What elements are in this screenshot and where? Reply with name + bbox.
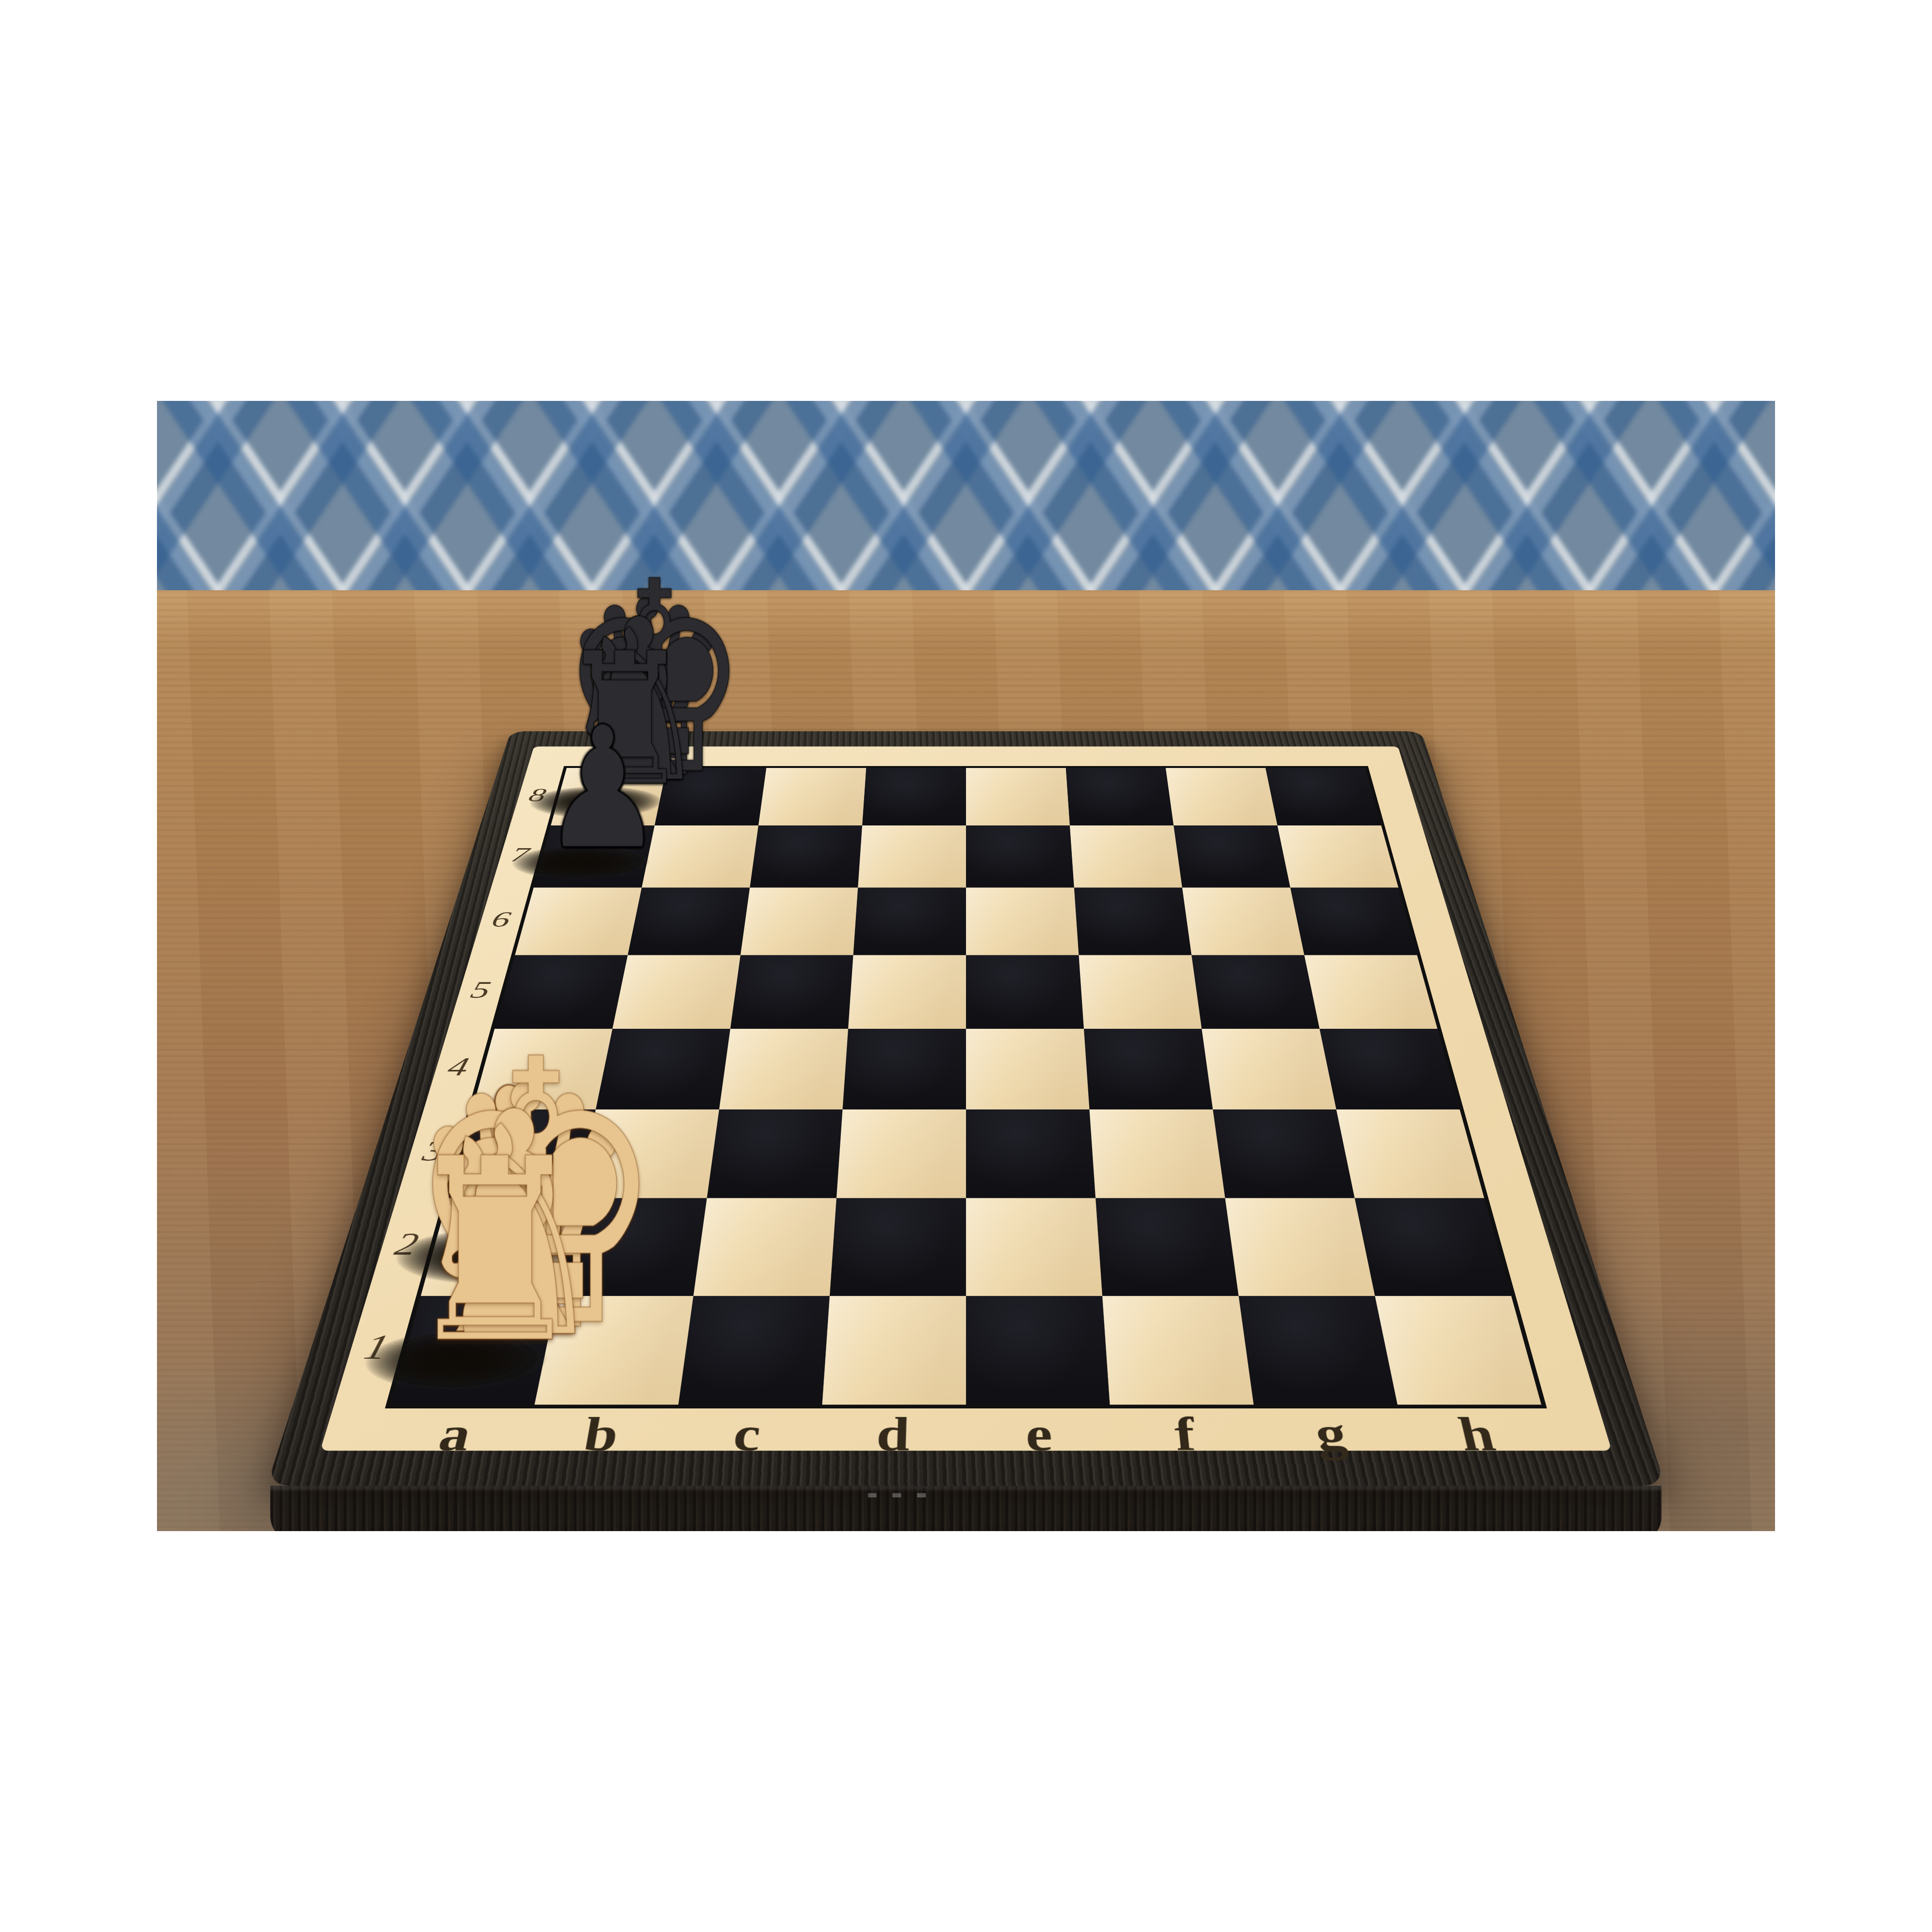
square-h5 <box>1304 955 1437 1029</box>
square-c2 <box>694 1198 837 1296</box>
square-f1 <box>1102 1296 1253 1405</box>
square-e3 <box>966 1109 1095 1198</box>
square-d8 <box>862 768 966 825</box>
rank-label-7: 7 <box>507 843 533 866</box>
square-g3 <box>1213 1109 1355 1198</box>
square-a7 <box>534 825 654 888</box>
rank-label-6: 6 <box>488 907 515 932</box>
square-g6 <box>1182 888 1305 955</box>
square-g5 <box>1192 955 1320 1029</box>
square-d5 <box>848 955 966 1029</box>
square-a8 <box>551 768 667 825</box>
board-front-edge <box>270 1486 1662 1531</box>
square-h1 <box>1375 1296 1541 1405</box>
square-d4 <box>842 1029 966 1109</box>
page-canvas: abcdefgh12345678♜♞♝♛♚♝♞♜♟♟♟♟♟♟♟♟♟♟♟♟♟♟♟♟… <box>0 0 1932 1932</box>
square-h4 <box>1320 1029 1460 1109</box>
square-h3 <box>1336 1109 1484 1198</box>
square-g2 <box>1225 1198 1375 1296</box>
square-e5 <box>966 955 1084 1029</box>
square-d7 <box>858 825 966 888</box>
square-f2 <box>1095 1198 1238 1296</box>
square-d6 <box>853 888 966 955</box>
square-b8 <box>654 768 766 825</box>
square-e6 <box>966 888 1079 955</box>
square-h8 <box>1265 768 1381 825</box>
square-c3 <box>707 1109 843 1198</box>
square-b7 <box>642 825 759 888</box>
square-e2 <box>966 1198 1102 1296</box>
square-g4 <box>1202 1029 1336 1109</box>
square-f7 <box>1070 825 1182 888</box>
square-d2 <box>830 1198 966 1296</box>
square-e4 <box>966 1029 1090 1109</box>
square-f6 <box>1074 888 1192 955</box>
white-rook-a1: ♜ <box>404 1126 534 1378</box>
square-c1 <box>678 1296 829 1405</box>
square-h2 <box>1355 1198 1511 1296</box>
square-f4 <box>1084 1029 1213 1109</box>
square-d1 <box>822 1296 966 1405</box>
square-f5 <box>1079 955 1202 1029</box>
square-f8 <box>1066 768 1174 825</box>
square-h7 <box>1278 825 1398 888</box>
square-b6 <box>628 888 750 955</box>
square-c7 <box>750 825 862 888</box>
scene: abcdefgh12345678♜♞♝♛♚♝♞♜♟♟♟♟♟♟♟♟♟♟♟♟♟♟♟♟… <box>157 401 1775 1531</box>
square-e7 <box>966 825 1074 888</box>
square-c5 <box>730 955 853 1029</box>
photo: abcdefgh12345678♜♞♝♛♚♝♞♜♟♟♟♟♟♟♟♟♟♟♟♟♟♟♟♟… <box>157 401 1775 1531</box>
square-e1 <box>966 1296 1110 1405</box>
square-g1 <box>1238 1296 1397 1405</box>
chess-board: abcdefgh12345678♜♞♝♛♚♝♞♜♟♟♟♟♟♟♟♟♟♟♟♟♟♟♟♟… <box>267 731 1665 1486</box>
square-e8 <box>966 768 1070 825</box>
square-g8 <box>1165 768 1277 825</box>
square-a6 <box>515 888 641 955</box>
square-f3 <box>1090 1109 1225 1198</box>
front-edge-logo-mark <box>868 1493 941 1497</box>
rank-label-8: 8 <box>525 784 550 806</box>
square-c4 <box>719 1029 848 1109</box>
square-c6 <box>740 888 858 955</box>
square-h6 <box>1290 888 1417 955</box>
square-d3 <box>837 1109 966 1198</box>
square-g7 <box>1174 825 1291 888</box>
square-c8 <box>758 768 866 825</box>
